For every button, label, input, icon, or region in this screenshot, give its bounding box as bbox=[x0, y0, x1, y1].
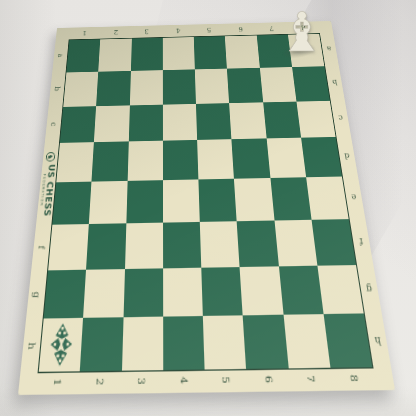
coord-right-f: f bbox=[352, 233, 371, 251]
coord-bottom-6: 6 bbox=[259, 366, 279, 393]
square-a6[interactable] bbox=[225, 35, 259, 68]
square-c5[interactable] bbox=[196, 103, 232, 140]
coord-right-h: h bbox=[368, 331, 389, 352]
square-e3[interactable] bbox=[126, 180, 163, 223]
square-f3[interactable] bbox=[125, 222, 163, 268]
square-d4[interactable] bbox=[163, 140, 199, 180]
coord-right-g: g bbox=[359, 280, 379, 299]
us-chess-diamond-logo bbox=[46, 322, 77, 368]
square-c4[interactable] bbox=[163, 103, 197, 140]
square-h2[interactable] bbox=[80, 318, 123, 372]
square-d6[interactable] bbox=[232, 139, 270, 179]
coord-top-5: 5 bbox=[201, 24, 218, 36]
coord-right-b: b bbox=[327, 76, 343, 89]
square-f6[interactable] bbox=[237, 220, 279, 266]
svg-text:♞: ♞ bbox=[47, 153, 55, 159]
square-d8[interactable] bbox=[301, 137, 342, 177]
coord-left-h: h bbox=[22, 336, 41, 357]
square-h7[interactable] bbox=[283, 314, 330, 368]
coord-left-g: g bbox=[28, 285, 46, 304]
square-h4[interactable] bbox=[163, 316, 205, 370]
square-g6[interactable] bbox=[240, 266, 283, 316]
square-g4[interactable] bbox=[163, 267, 203, 317]
square-d5[interactable] bbox=[197, 139, 234, 179]
coord-top-4: 4 bbox=[170, 25, 186, 37]
square-c8[interactable] bbox=[296, 100, 335, 137]
square-d2[interactable] bbox=[92, 142, 129, 182]
square-g5[interactable] bbox=[201, 266, 243, 316]
coord-top-6: 6 bbox=[232, 23, 249, 35]
white-bishop[interactable]: ♝ bbox=[272, 0, 332, 60]
coord-left-b: b bbox=[50, 82, 65, 95]
square-a1[interactable] bbox=[66, 39, 100, 72]
us-chess-circle-emblem: ♞ bbox=[45, 151, 56, 161]
coord-top-3: 3 bbox=[139, 25, 155, 37]
square-b2[interactable] bbox=[96, 71, 130, 106]
square-a5[interactable] bbox=[194, 36, 227, 69]
square-e1[interactable] bbox=[52, 182, 91, 225]
square-b8[interactable] bbox=[292, 66, 330, 101]
square-g8[interactable] bbox=[317, 264, 364, 314]
chess-board-mat: ♞ US CHESS FEDERATION 1234567812345678ab… bbox=[18, 21, 395, 395]
square-c3[interactable] bbox=[128, 104, 162, 141]
square-a2[interactable] bbox=[98, 39, 131, 72]
square-b3[interactable] bbox=[129, 70, 162, 105]
coord-left-a: a bbox=[53, 49, 67, 62]
square-d1[interactable] bbox=[56, 142, 94, 182]
square-b1[interactable] bbox=[63, 71, 98, 106]
square-e2[interactable] bbox=[89, 181, 127, 224]
coord-left-f: f bbox=[33, 238, 50, 256]
square-f1[interactable] bbox=[48, 224, 89, 270]
square-h3[interactable] bbox=[121, 317, 163, 371]
square-e7[interactable] bbox=[270, 177, 311, 220]
square-e5[interactable] bbox=[198, 179, 236, 222]
square-h5[interactable] bbox=[203, 316, 246, 370]
square-f2[interactable] bbox=[86, 223, 126, 269]
square-g3[interactable] bbox=[123, 268, 163, 318]
scene: ♞ US CHESS FEDERATION 1234567812345678ab… bbox=[0, 0, 416, 416]
coord-top-1: 1 bbox=[76, 27, 93, 39]
square-h8[interactable] bbox=[323, 314, 372, 368]
square-b5[interactable] bbox=[195, 68, 229, 103]
square-g7[interactable] bbox=[278, 265, 323, 315]
coord-left-c: c bbox=[46, 117, 61, 131]
square-f4[interactable] bbox=[163, 222, 201, 268]
coord-bottom-5: 5 bbox=[217, 366, 236, 393]
square-a4[interactable] bbox=[163, 37, 195, 70]
square-d7[interactable] bbox=[266, 138, 306, 178]
coord-bottom-7: 7 bbox=[301, 365, 322, 392]
bishop-glyph: ♝ bbox=[278, 6, 326, 60]
playing-area bbox=[38, 33, 374, 373]
square-g2[interactable] bbox=[83, 268, 124, 318]
coord-bottom-3: 3 bbox=[133, 368, 151, 395]
coord-right-d: d bbox=[338, 149, 355, 164]
square-b7[interactable] bbox=[259, 67, 296, 102]
square-e8[interactable] bbox=[306, 177, 349, 220]
square-e6[interactable] bbox=[234, 178, 274, 221]
coord-right-e: e bbox=[345, 189, 363, 206]
brand-text: US CHESS FEDERATION bbox=[38, 164, 55, 216]
square-e4[interactable] bbox=[163, 179, 200, 222]
square-f8[interactable] bbox=[311, 219, 356, 265]
square-b6[interactable] bbox=[227, 68, 263, 103]
square-b4[interactable] bbox=[163, 69, 196, 104]
square-c7[interactable] bbox=[263, 101, 301, 138]
square-c1[interactable] bbox=[60, 106, 96, 143]
coord-bottom-1: 1 bbox=[48, 369, 68, 396]
square-c2[interactable] bbox=[94, 105, 129, 142]
coord-bottom-8: 8 bbox=[343, 365, 365, 392]
square-f7[interactable] bbox=[274, 220, 317, 266]
coord-bottom-4: 4 bbox=[175, 367, 193, 394]
square-h1[interactable] bbox=[39, 318, 84, 372]
coord-bottom-2: 2 bbox=[90, 368, 109, 395]
square-h6[interactable] bbox=[243, 315, 288, 369]
coord-top-2: 2 bbox=[107, 26, 124, 38]
square-a3[interactable] bbox=[131, 38, 163, 71]
square-d3[interactable] bbox=[127, 141, 163, 181]
square-g1[interactable] bbox=[44, 269, 87, 319]
coord-right-c: c bbox=[332, 111, 349, 125]
square-c6[interactable] bbox=[229, 102, 266, 139]
square-f5[interactable] bbox=[200, 221, 240, 267]
